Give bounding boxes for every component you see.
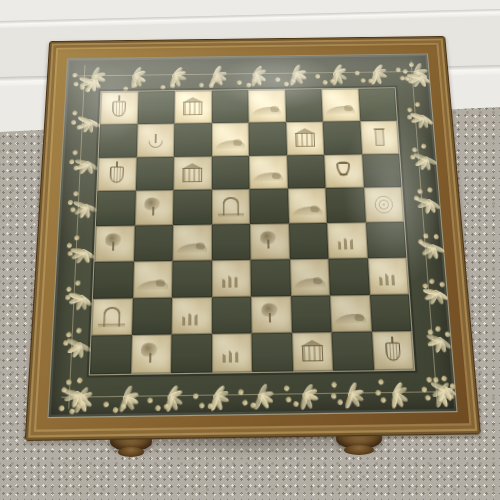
berry-icon (284, 81, 290, 87)
square-h2 (369, 294, 411, 332)
square-b1 (130, 335, 171, 374)
square-d8 (211, 90, 248, 123)
square-h6 (362, 153, 402, 187)
berry-icon (423, 233, 429, 238)
berry-icon (236, 79, 243, 85)
berry-icon (355, 70, 360, 75)
berry-icon (69, 159, 75, 164)
auction-photo (0, 0, 500, 500)
square-f4 (288, 223, 328, 259)
square-a8 (100, 92, 138, 125)
square-d4 (211, 224, 250, 260)
berry-icon (410, 154, 416, 160)
square-a7 (99, 124, 137, 158)
square-g7 (323, 121, 362, 155)
chess-table (25, 36, 481, 441)
square-d6 (211, 155, 249, 189)
square-g8 (321, 89, 359, 122)
square-h3 (367, 257, 408, 294)
square-d5 (211, 189, 250, 224)
square-g2 (330, 294, 372, 332)
square-b4 (133, 225, 172, 261)
berry-icon (284, 384, 291, 392)
berry-icon (275, 76, 281, 82)
square-b5 (134, 190, 173, 225)
square-b8 (137, 91, 175, 124)
glass-top (47, 53, 457, 418)
berry-icon (444, 331, 451, 338)
square-f3 (289, 259, 329, 296)
berry-icon (66, 379, 72, 386)
berry-icon (380, 396, 387, 404)
berry-icon (330, 78, 336, 83)
berry-icon (112, 406, 119, 413)
berry-icon (65, 285, 72, 292)
berry-icon (102, 400, 109, 407)
berry-icon (208, 83, 213, 88)
square-c8 (174, 91, 211, 124)
berry-icon (427, 187, 434, 194)
berry-icon (154, 404, 161, 412)
square-c4 (173, 225, 212, 261)
berry-icon (441, 375, 448, 383)
berry-icon (378, 378, 385, 386)
square-a2 (91, 298, 132, 336)
square-f7 (286, 121, 324, 155)
square-f2 (291, 295, 332, 333)
square-e5 (250, 189, 289, 224)
leaf-icon (392, 391, 398, 408)
square-g6 (324, 154, 363, 188)
berry-icon (160, 84, 167, 90)
square-a5 (96, 191, 135, 226)
berry-icon (315, 73, 320, 78)
berry-icon (76, 377, 83, 384)
berry-icon (417, 189, 423, 195)
berry-icon (198, 401, 206, 409)
square-c1 (171, 334, 212, 373)
berry-icon (134, 75, 140, 80)
square-h8 (358, 88, 397, 121)
berry-icon (67, 200, 74, 206)
square-a4 (94, 226, 134, 262)
square-c3 (172, 260, 212, 297)
square-e3 (251, 259, 291, 296)
square-d1 (212, 334, 253, 373)
square-g1 (332, 332, 374, 371)
berry-icon (241, 398, 248, 406)
square-c2 (172, 297, 212, 335)
berry-icon (293, 400, 300, 407)
square-e2 (251, 296, 292, 334)
square-h1 (371, 331, 414, 370)
square-g5 (326, 188, 366, 223)
square-b7 (136, 123, 174, 157)
square-e1 (252, 333, 293, 372)
square-b2 (131, 297, 172, 335)
square-c6 (173, 156, 211, 190)
berry-icon (336, 398, 343, 406)
berry-icon (74, 235, 79, 241)
berry-icon (198, 82, 205, 88)
berry-icon (433, 233, 440, 240)
berry-icon (330, 380, 337, 388)
berry-icon (76, 327, 83, 334)
berry-icon (72, 72, 79, 78)
foliage-border-bottom (49, 370, 457, 417)
berry-icon (322, 79, 329, 85)
branch-stem (62, 391, 443, 398)
square-f8 (285, 89, 323, 122)
berry-icon (192, 393, 198, 399)
berry-icon (73, 81, 79, 87)
berry-icon (331, 393, 337, 399)
berry-icon (63, 340, 70, 346)
square-e6 (249, 155, 287, 189)
berry-icon (439, 281, 446, 288)
berry-icon (72, 149, 79, 155)
square-c5 (173, 190, 212, 225)
square-a6 (97, 157, 136, 191)
square-h5 (364, 187, 404, 222)
square-d7 (211, 122, 249, 156)
berry-icon (360, 77, 367, 83)
berry-icon (415, 102, 420, 107)
square-f6 (287, 154, 326, 188)
square-e4 (250, 223, 289, 259)
chessboard (89, 87, 415, 375)
berry-icon (207, 403, 212, 409)
square-e7 (249, 122, 287, 156)
berry-icon (71, 120, 76, 125)
square-d3 (212, 260, 252, 297)
berry-icon (421, 143, 427, 149)
berry-icon (407, 115, 412, 120)
square-g3 (328, 258, 369, 295)
berry-icon (246, 82, 251, 87)
foliage-border-top (66, 54, 430, 91)
berry-icon (435, 326, 442, 333)
berry-icon (376, 389, 382, 395)
square-d2 (212, 296, 252, 334)
square-a1 (90, 335, 132, 374)
square-f5 (288, 188, 327, 223)
square-f1 (292, 332, 334, 371)
square-g4 (327, 222, 367, 258)
berry-icon (286, 396, 293, 403)
square-b6 (135, 156, 174, 190)
square-a3 (93, 261, 134, 298)
berry-icon (429, 278, 435, 284)
branch-stem (78, 71, 418, 76)
square-b3 (132, 261, 172, 298)
berry-icon (147, 397, 153, 403)
berry-icon (409, 62, 415, 67)
square-h7 (360, 120, 399, 154)
square-e8 (248, 90, 286, 123)
square-h4 (365, 222, 406, 258)
berry-icon (71, 110, 78, 116)
berry-icon (369, 78, 374, 82)
berry-icon (75, 280, 81, 285)
square-c7 (174, 123, 212, 157)
